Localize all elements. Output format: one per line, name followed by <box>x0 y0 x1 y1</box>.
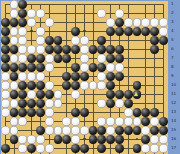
white-stone <box>10 99 19 108</box>
black-stone <box>71 63 80 72</box>
white-stone <box>1 99 10 108</box>
black-stone <box>71 108 80 117</box>
black-stone <box>106 72 115 81</box>
black-stone <box>45 36 54 45</box>
white-stone <box>18 45 27 54</box>
black-stone <box>54 36 63 45</box>
white-stone <box>10 54 19 63</box>
white-stone <box>97 54 106 63</box>
black-stone <box>18 0 27 9</box>
black-stone <box>18 81 27 90</box>
black-stone <box>80 144 89 153</box>
black-stone <box>62 135 71 144</box>
black-stone <box>106 54 115 63</box>
black-stone <box>150 45 159 54</box>
white-stone <box>71 117 80 126</box>
white-stone <box>80 54 89 63</box>
black-stone <box>1 27 10 36</box>
white-stone <box>1 72 10 81</box>
white-stone <box>54 99 63 108</box>
row-label: 3 <box>171 20 174 24</box>
black-stone <box>45 45 54 54</box>
white-stone <box>10 9 19 18</box>
black-stone <box>10 45 19 54</box>
black-stone <box>71 27 80 36</box>
black-stone <box>10 18 19 27</box>
black-stone <box>1 63 10 72</box>
black-stone <box>71 81 80 90</box>
white-stone <box>45 18 54 27</box>
black-stone <box>89 126 98 135</box>
white-stone <box>89 81 98 90</box>
row-label: 6 <box>171 47 174 51</box>
black-stone <box>115 54 124 63</box>
black-stone <box>141 135 150 144</box>
black-stone <box>1 36 10 45</box>
white-stone <box>124 18 133 27</box>
black-stone <box>133 27 142 36</box>
black-stone <box>36 54 45 63</box>
white-stone <box>150 117 159 126</box>
white-stone <box>10 36 19 45</box>
white-stone <box>10 0 19 9</box>
row-label: 4 <box>171 29 174 33</box>
white-stone <box>141 126 150 135</box>
black-stone <box>97 45 106 54</box>
white-stone <box>115 63 124 72</box>
black-stone <box>106 45 115 54</box>
white-stone <box>80 81 89 90</box>
white-stone <box>36 144 45 153</box>
white-stone <box>18 27 27 36</box>
white-stone <box>27 135 36 144</box>
white-stone <box>36 135 45 144</box>
black-stone <box>89 135 98 144</box>
white-stone <box>80 45 89 54</box>
black-stone <box>27 81 36 90</box>
white-stone <box>133 18 142 27</box>
black-stone <box>27 54 36 63</box>
row-label: 9 <box>171 74 174 78</box>
black-stone <box>97 36 106 45</box>
black-stone <box>141 27 150 36</box>
white-stone <box>10 117 19 126</box>
black-stone <box>71 144 80 153</box>
black-stone <box>106 90 115 99</box>
black-stone <box>89 45 98 54</box>
white-stone <box>45 54 54 63</box>
white-stone <box>27 90 36 99</box>
row-label: 1 <box>171 2 174 6</box>
black-stone <box>54 45 63 54</box>
black-stone <box>71 45 80 54</box>
white-stone <box>45 63 54 72</box>
white-stone <box>45 99 54 108</box>
black-stone <box>115 27 124 36</box>
black-stone <box>97 126 106 135</box>
white-stone <box>45 117 54 126</box>
black-stone <box>150 108 159 117</box>
black-stone <box>1 45 10 54</box>
white-stone <box>10 27 19 36</box>
white-stone <box>106 126 115 135</box>
black-stone <box>10 63 19 72</box>
white-stone <box>36 36 45 45</box>
black-stone <box>1 18 10 27</box>
white-stone <box>80 126 89 135</box>
row-label: 17 <box>171 146 176 150</box>
black-stone <box>150 27 159 36</box>
black-stone <box>80 108 89 117</box>
white-stone <box>97 81 106 90</box>
black-stone <box>159 126 168 135</box>
white-stone <box>150 18 159 27</box>
black-stone <box>159 117 168 126</box>
black-stone <box>133 81 142 90</box>
black-stone <box>124 126 133 135</box>
black-stone <box>150 126 159 135</box>
black-stone <box>80 72 89 81</box>
white-stone <box>159 135 168 144</box>
black-stone <box>106 81 115 90</box>
black-stone <box>124 27 133 36</box>
black-stone <box>133 126 142 135</box>
black-stone <box>115 135 124 144</box>
white-stone <box>115 99 124 108</box>
white-stone <box>36 9 45 18</box>
black-stone <box>18 90 27 99</box>
black-stone <box>27 144 36 153</box>
row-label: 7 <box>171 56 174 60</box>
white-stone <box>159 27 168 36</box>
white-stone <box>45 126 54 135</box>
black-stone <box>1 144 10 153</box>
white-stone <box>1 81 10 90</box>
white-stone <box>45 81 54 90</box>
white-stone <box>27 72 36 81</box>
white-stone <box>54 90 63 99</box>
black-stone <box>18 99 27 108</box>
black-stone <box>62 81 71 90</box>
black-stone <box>124 99 133 108</box>
white-stone <box>97 9 106 18</box>
white-stone <box>150 144 159 153</box>
black-stone <box>62 54 71 63</box>
black-stone <box>150 36 159 45</box>
white-stone <box>97 117 106 126</box>
black-stone <box>133 144 142 153</box>
white-stone <box>27 45 36 54</box>
black-stone <box>36 126 45 135</box>
black-stone <box>18 63 27 72</box>
black-stone <box>159 36 168 45</box>
white-stone <box>159 18 168 27</box>
white-stone <box>62 126 71 135</box>
white-stone <box>97 99 106 108</box>
black-stone <box>36 108 45 117</box>
row-label: 15 <box>171 128 176 132</box>
row-label: 8 <box>171 65 174 69</box>
row-label: 11 <box>171 92 176 96</box>
black-stone <box>10 72 19 81</box>
white-stone <box>141 144 150 153</box>
white-stone <box>124 108 133 117</box>
black-stone <box>18 18 27 27</box>
white-stone <box>150 135 159 144</box>
go-client-window: 1234567891011121314151617 <box>0 0 180 154</box>
black-stone <box>54 135 63 144</box>
white-stone <box>115 9 124 18</box>
row-label: 13 <box>171 110 176 114</box>
black-stone <box>106 135 115 144</box>
row-label: 12 <box>171 101 176 105</box>
white-stone <box>159 144 168 153</box>
white-stone <box>71 135 80 144</box>
white-stone <box>71 36 80 45</box>
white-stone <box>106 63 115 72</box>
white-stone <box>27 9 36 18</box>
black-stone <box>36 99 45 108</box>
row-label: 16 <box>171 137 176 141</box>
row-label: 14 <box>171 119 176 123</box>
white-stone <box>71 126 80 135</box>
white-stone <box>106 117 115 126</box>
black-stone <box>97 135 106 144</box>
white-stone <box>18 144 27 153</box>
black-stone <box>115 144 124 153</box>
white-stone <box>80 36 89 45</box>
white-stone <box>80 63 89 72</box>
black-stone <box>141 117 150 126</box>
black-stone <box>106 27 115 36</box>
white-stone <box>18 54 27 63</box>
white-stone <box>18 36 27 45</box>
black-stone <box>115 18 124 27</box>
row-label: 5 <box>171 38 174 42</box>
black-stone <box>45 90 54 99</box>
white-stone <box>45 108 54 117</box>
black-stone <box>106 99 115 108</box>
white-stone <box>36 45 45 54</box>
black-stone <box>115 45 124 54</box>
white-stone <box>1 90 10 99</box>
black-stone <box>36 81 45 90</box>
white-stone <box>71 90 80 99</box>
white-stone <box>36 72 45 81</box>
black-stone <box>97 63 106 72</box>
black-stone <box>115 126 124 135</box>
black-stone <box>18 108 27 117</box>
white-stone <box>54 126 63 135</box>
black-stone <box>89 63 98 72</box>
black-stone <box>141 108 150 117</box>
white-stone <box>18 72 27 81</box>
black-stone <box>115 90 124 99</box>
black-stone <box>27 99 36 108</box>
black-stone <box>10 90 19 99</box>
black-stone <box>1 54 10 63</box>
white-stone <box>62 117 71 126</box>
white-stone <box>10 126 19 135</box>
white-stone <box>45 144 54 153</box>
white-stone <box>1 108 10 117</box>
black-stone <box>62 45 71 54</box>
last-move-triangle-marker <box>134 92 138 96</box>
black-stone <box>18 9 27 18</box>
black-stone <box>62 72 71 81</box>
white-stone <box>18 135 27 144</box>
black-stone <box>27 63 36 72</box>
black-stone <box>115 72 124 81</box>
white-stone <box>18 117 27 126</box>
black-stone <box>71 72 80 81</box>
black-stone <box>27 108 36 117</box>
black-stone <box>124 90 133 99</box>
white-stone <box>106 18 115 27</box>
white-stone <box>133 117 142 126</box>
row-label: 2 <box>171 11 174 15</box>
white-stone <box>1 126 10 135</box>
row-label: 10 <box>171 83 176 87</box>
black-stone <box>36 90 45 99</box>
white-stone <box>97 72 106 81</box>
black-stone <box>10 108 19 117</box>
white-stone <box>36 27 45 36</box>
white-stone <box>124 117 133 126</box>
white-stone <box>27 18 36 27</box>
white-stone <box>141 18 150 27</box>
black-stone <box>97 144 106 153</box>
black-stone <box>54 54 63 63</box>
white-stone <box>115 117 124 126</box>
white-stone <box>10 81 19 90</box>
black-stone <box>10 135 19 144</box>
black-stone <box>36 63 45 72</box>
black-stone <box>133 108 142 117</box>
